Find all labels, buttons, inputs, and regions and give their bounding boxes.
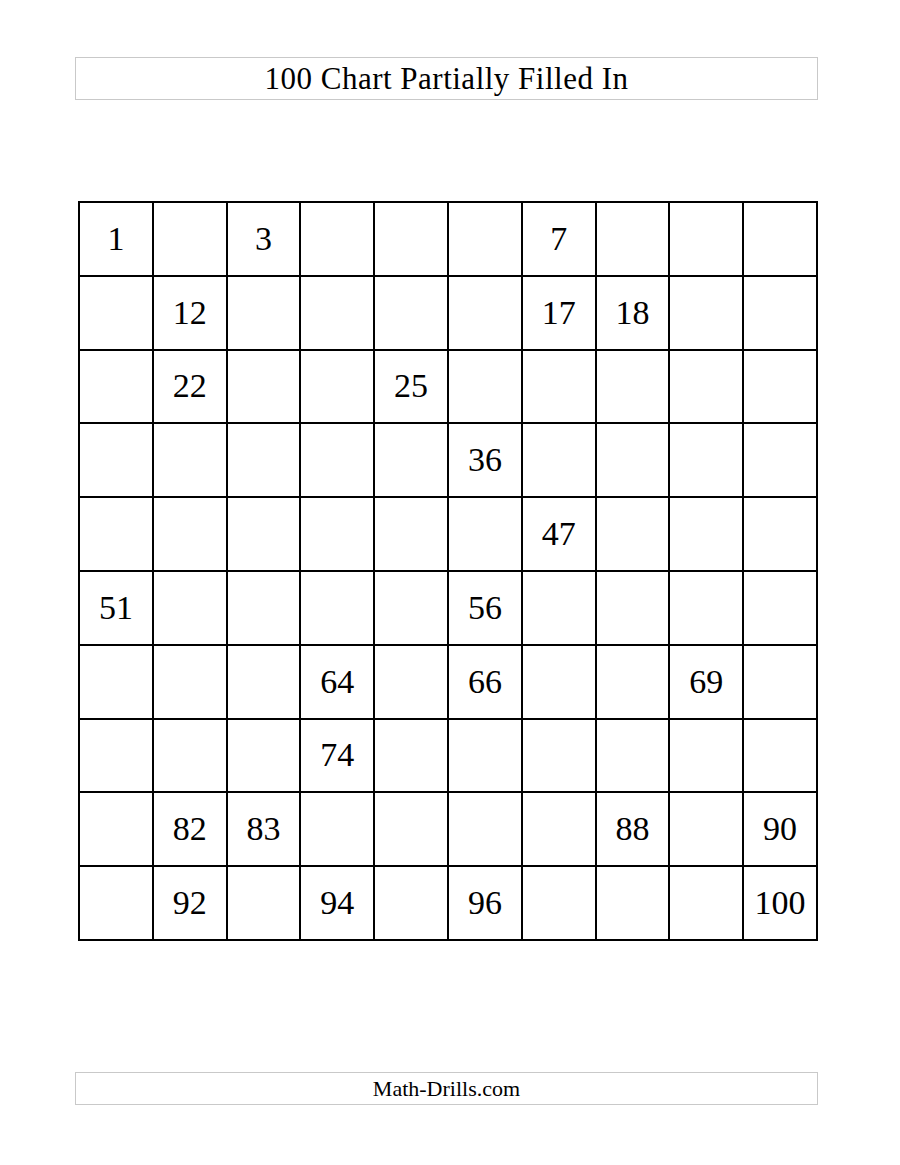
grid-cell-blank[interactable] xyxy=(374,202,448,276)
grid-cell-blank[interactable] xyxy=(743,497,817,571)
footer-brand: Math-Drills.com xyxy=(373,1076,520,1102)
grid-cell-blank[interactable] xyxy=(153,719,227,793)
grid-cell-blank[interactable] xyxy=(153,423,227,497)
grid-cell-blank[interactable] xyxy=(669,423,743,497)
grid-cell-blank[interactable] xyxy=(79,423,153,497)
grid-cell-blank[interactable] xyxy=(522,423,596,497)
grid-cell-given: 18 xyxy=(596,276,670,350)
grid-cell-given: 100 xyxy=(743,866,817,940)
grid-cell-blank[interactable] xyxy=(522,571,596,645)
grid-cell-blank[interactable] xyxy=(227,719,301,793)
grid-cell-blank[interactable] xyxy=(596,202,670,276)
grid-cell-blank[interactable] xyxy=(79,497,153,571)
grid-cell-blank[interactable] xyxy=(669,202,743,276)
grid-cell-blank[interactable] xyxy=(448,792,522,866)
grid-cell-blank[interactable] xyxy=(596,423,670,497)
grid-cell-blank[interactable] xyxy=(522,350,596,424)
grid-cell-given: 94 xyxy=(300,866,374,940)
page-title: 100 Chart Partially Filled In xyxy=(264,61,628,97)
grid-cell-blank[interactable] xyxy=(596,497,670,571)
title-box: 100 Chart Partially Filled In xyxy=(75,57,818,100)
grid-cell-given: 88 xyxy=(596,792,670,866)
grid-cell-blank[interactable] xyxy=(743,571,817,645)
grid-cell-blank[interactable] xyxy=(743,276,817,350)
grid-cell-blank[interactable] xyxy=(79,719,153,793)
grid-cell-blank[interactable] xyxy=(522,719,596,793)
grid-cell-blank[interactable] xyxy=(227,497,301,571)
grid-cell-blank[interactable] xyxy=(596,350,670,424)
grid-cell-given: 96 xyxy=(448,866,522,940)
grid-cell-blank[interactable] xyxy=(596,571,670,645)
grid-cell-blank[interactable] xyxy=(669,276,743,350)
grid-cell-blank[interactable] xyxy=(153,645,227,719)
grid-cell-blank[interactable] xyxy=(227,645,301,719)
grid-cell-blank[interactable] xyxy=(596,719,670,793)
worksheet-page: 100 Chart Partially Filled In 1371217182… xyxy=(0,0,900,1165)
grid-cell-blank[interactable] xyxy=(743,350,817,424)
grid-cell-blank[interactable] xyxy=(596,645,670,719)
grid-cell-blank[interactable] xyxy=(669,350,743,424)
grid-cell-given: 25 xyxy=(374,350,448,424)
grid-cell-given: 3 xyxy=(227,202,301,276)
grid-cell-blank[interactable] xyxy=(374,276,448,350)
grid-cell-given: 66 xyxy=(448,645,522,719)
grid-cell-blank[interactable] xyxy=(743,423,817,497)
grid-cell-blank[interactable] xyxy=(669,792,743,866)
grid-cell-blank[interactable] xyxy=(227,571,301,645)
grid-cell-given: 90 xyxy=(743,792,817,866)
grid-cell-blank[interactable] xyxy=(153,497,227,571)
footer-box: Math-Drills.com xyxy=(75,1072,818,1105)
grid-cell-given: 92 xyxy=(153,866,227,940)
grid-cell-blank[interactable] xyxy=(79,792,153,866)
grid-cell-blank[interactable] xyxy=(448,202,522,276)
grid-cell-given: 83 xyxy=(227,792,301,866)
grid-cell-given: 69 xyxy=(669,645,743,719)
grid-cell-given: 22 xyxy=(153,350,227,424)
grid-cell-blank[interactable] xyxy=(669,571,743,645)
grid-cell-blank[interactable] xyxy=(79,276,153,350)
grid-cell-blank[interactable] xyxy=(153,202,227,276)
grid-cell-given: 36 xyxy=(448,423,522,497)
grid-cell-blank[interactable] xyxy=(300,350,374,424)
grid-cell-given: 17 xyxy=(522,276,596,350)
grid-cell-blank[interactable] xyxy=(153,571,227,645)
grid-cell-given: 74 xyxy=(300,719,374,793)
grid-cell-blank[interactable] xyxy=(669,497,743,571)
grid-cell-blank[interactable] xyxy=(79,645,153,719)
grid-cell-blank[interactable] xyxy=(448,719,522,793)
grid-cell-blank[interactable] xyxy=(596,866,670,940)
grid-cell-blank[interactable] xyxy=(448,497,522,571)
grid-cell-blank[interactable] xyxy=(227,866,301,940)
grid-cell-given: 12 xyxy=(153,276,227,350)
grid-cell-blank[interactable] xyxy=(522,645,596,719)
grid-cell-blank[interactable] xyxy=(300,202,374,276)
grid-cell-blank[interactable] xyxy=(227,423,301,497)
grid-cell-blank[interactable] xyxy=(374,571,448,645)
grid-cell-given: 47 xyxy=(522,497,596,571)
grid-cell-blank[interactable] xyxy=(448,350,522,424)
grid-cell-blank[interactable] xyxy=(300,571,374,645)
grid-cell-blank[interactable] xyxy=(374,423,448,497)
grid-cell-blank[interactable] xyxy=(743,719,817,793)
grid-cell-blank[interactable] xyxy=(227,350,301,424)
grid-cell-blank[interactable] xyxy=(374,497,448,571)
hundred-chart-grid: 1371217182225364751566466697482838890929… xyxy=(78,201,818,941)
grid-cell-blank[interactable] xyxy=(374,792,448,866)
grid-cell-blank[interactable] xyxy=(79,866,153,940)
grid-cell-blank[interactable] xyxy=(669,719,743,793)
grid-cell-blank[interactable] xyxy=(374,645,448,719)
grid-cell-blank[interactable] xyxy=(743,202,817,276)
grid-cell-given: 7 xyxy=(522,202,596,276)
grid-cell-given: 64 xyxy=(300,645,374,719)
grid-cell-given: 56 xyxy=(448,571,522,645)
grid-cell-blank[interactable] xyxy=(227,276,301,350)
grid-cell-blank[interactable] xyxy=(374,719,448,793)
grid-cell-blank[interactable] xyxy=(743,645,817,719)
grid-cell-blank[interactable] xyxy=(522,866,596,940)
grid-cell-blank[interactable] xyxy=(300,423,374,497)
grid-cell-blank[interactable] xyxy=(300,792,374,866)
grid-cell-blank[interactable] xyxy=(374,866,448,940)
grid-cell-given: 51 xyxy=(79,571,153,645)
grid-cell-given: 1 xyxy=(79,202,153,276)
grid-cell-blank[interactable] xyxy=(669,866,743,940)
grid-cell-blank[interactable] xyxy=(300,497,374,571)
grid-cell-blank[interactable] xyxy=(300,276,374,350)
grid-cell-blank[interactable] xyxy=(448,276,522,350)
grid-cell-given: 82 xyxy=(153,792,227,866)
grid-cell-blank[interactable] xyxy=(79,350,153,424)
grid-cell-blank[interactable] xyxy=(522,792,596,866)
